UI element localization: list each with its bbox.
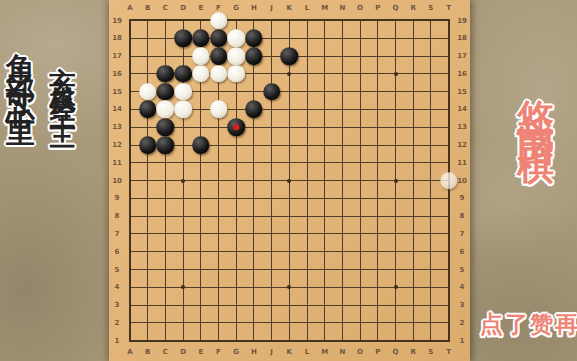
white-stone — [210, 12, 228, 30]
black-stone — [245, 47, 263, 65]
calligraphy-left-title: 角之部寸心千里 — [6, 30, 35, 107]
black-stone — [227, 118, 245, 136]
column-label: E — [198, 5, 203, 12]
column-label: F — [216, 5, 221, 12]
column-label: O — [357, 349, 363, 356]
column-label: A — [127, 349, 132, 356]
black-stone — [192, 30, 210, 48]
row-label: 1 — [115, 337, 120, 344]
column-label: B — [145, 349, 150, 356]
row-label: 15 — [457, 88, 467, 95]
white-stone-faded — [440, 172, 458, 190]
row-label: 13 — [457, 124, 467, 131]
column-label: B — [145, 5, 150, 12]
star-point — [287, 179, 291, 183]
black-stone — [139, 101, 157, 119]
star-point — [394, 72, 398, 76]
black-stone — [157, 83, 175, 101]
white-stone — [157, 101, 175, 119]
row-label: 5 — [460, 266, 465, 273]
column-label: L — [305, 5, 309, 12]
column-label: R — [410, 5, 415, 12]
row-label: 13 — [112, 124, 122, 131]
row-label: 16 — [112, 70, 122, 77]
column-label: C — [163, 349, 168, 356]
row-label: 10 — [457, 177, 467, 184]
column-label: D — [180, 5, 186, 12]
white-stone — [210, 65, 228, 83]
row-label: 14 — [457, 106, 467, 113]
row-label: 18 — [112, 35, 122, 42]
column-label: J — [270, 349, 273, 356]
column-label: K — [287, 349, 292, 356]
calligraphy-left-subtitle: 玄玄棋经三十三 — [50, 46, 76, 116]
row-label: 12 — [112, 142, 122, 149]
white-stone — [227, 30, 245, 48]
column-label: T — [446, 5, 451, 12]
white-stone — [174, 101, 192, 119]
black-stone — [157, 118, 175, 136]
row-label: 9 — [460, 195, 465, 202]
row-label: 11 — [112, 159, 122, 166]
row-label: 2 — [115, 319, 120, 326]
white-stone — [174, 83, 192, 101]
black-stone — [263, 83, 281, 101]
column-label: D — [180, 349, 186, 356]
column-label: L — [305, 349, 309, 356]
row-label: 16 — [457, 70, 467, 77]
row-label: 4 — [460, 284, 465, 291]
row-label: 8 — [460, 213, 465, 220]
row-label: 5 — [115, 266, 120, 273]
go-problem-poster: 角之部寸心千里 玄玄棋经三十三 AABBCCDDEEFFGGHHJJKKLLMM… — [0, 0, 577, 361]
white-stone — [192, 65, 210, 83]
row-label: 9 — [115, 195, 120, 202]
column-label: M — [321, 349, 328, 356]
star-point — [394, 285, 398, 289]
column-label: J — [270, 5, 273, 12]
row-label: 6 — [460, 248, 465, 255]
black-stone — [245, 30, 263, 48]
black-stone — [245, 101, 263, 119]
black-stone — [174, 65, 192, 83]
row-label: 14 — [112, 106, 122, 113]
star-point — [287, 72, 291, 76]
star-point — [287, 285, 291, 289]
white-stone — [210, 101, 228, 119]
column-label: T — [446, 349, 451, 356]
star-point — [181, 179, 185, 183]
column-label: Q — [393, 349, 399, 356]
column-label: H — [251, 5, 257, 12]
row-label: 17 — [457, 53, 467, 60]
column-label: S — [428, 5, 433, 12]
row-label: 7 — [115, 230, 120, 237]
go-board[interactable]: AABBCCDDEEFFGGHHJJKKLLMMNNOOPPQQRRSSTT19… — [109, 0, 470, 361]
row-label: 12 — [457, 142, 467, 149]
calligraphy-right-title: 悠哉围棋 — [517, 70, 554, 134]
column-label: P — [375, 5, 380, 12]
column-label: F — [216, 349, 221, 356]
star-point — [394, 179, 398, 183]
row-label: 2 — [460, 319, 465, 326]
column-label: E — [198, 349, 203, 356]
white-stone — [227, 65, 245, 83]
white-stone — [139, 83, 157, 101]
column-label: Q — [393, 5, 399, 12]
column-label: O — [357, 5, 363, 12]
row-label: 19 — [112, 17, 122, 24]
column-label: C — [163, 5, 168, 12]
column-label: H — [251, 349, 257, 356]
column-label: A — [127, 5, 132, 12]
column-label: G — [233, 5, 239, 12]
black-stone — [174, 30, 192, 48]
row-label: 15 — [112, 88, 122, 95]
column-label: K — [287, 5, 292, 12]
row-label: 10 — [112, 177, 122, 184]
calligraphy-bottom-right: 点了赞再 — [480, 309, 577, 340]
column-label: S — [428, 349, 433, 356]
black-stone — [210, 30, 228, 48]
row-label: 19 — [457, 17, 467, 24]
black-stone — [281, 47, 299, 65]
column-label: P — [375, 349, 380, 356]
column-label: R — [410, 349, 415, 356]
column-label: N — [339, 5, 345, 12]
column-label: M — [321, 5, 328, 12]
row-label: 6 — [115, 248, 120, 255]
row-label: 8 — [115, 213, 120, 220]
white-stone — [227, 47, 245, 65]
black-stone — [192, 136, 210, 154]
row-label: 3 — [115, 302, 120, 309]
column-label: G — [233, 349, 239, 356]
white-stone — [192, 47, 210, 65]
row-label: 18 — [457, 35, 467, 42]
column-label: N — [339, 349, 345, 356]
black-stone — [157, 136, 175, 154]
row-label: 1 — [460, 337, 465, 344]
row-label: 4 — [115, 284, 120, 291]
star-point — [181, 285, 185, 289]
black-stone — [139, 136, 157, 154]
row-label: 7 — [460, 230, 465, 237]
row-label: 17 — [112, 53, 122, 60]
black-stone — [157, 65, 175, 83]
black-stone — [210, 47, 228, 65]
row-label: 11 — [457, 159, 467, 166]
last-move-marker — [233, 124, 239, 130]
row-label: 3 — [460, 302, 465, 309]
